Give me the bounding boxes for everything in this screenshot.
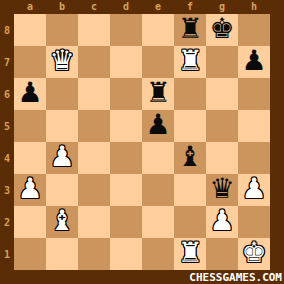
square-b3[interactable] (46, 174, 78, 206)
square-f6[interactable] (174, 78, 206, 110)
square-f8[interactable]: ♜ (174, 14, 206, 46)
square-a5[interactable] (14, 110, 46, 142)
square-b8[interactable] (46, 14, 78, 46)
square-g6[interactable] (206, 78, 238, 110)
square-h5[interactable] (238, 110, 270, 142)
square-d3[interactable] (110, 174, 142, 206)
square-h6[interactable] (238, 78, 270, 110)
square-h7[interactable]: ♟ (238, 46, 270, 78)
square-c3[interactable] (78, 174, 110, 206)
square-g8[interactable]: ♚ (206, 14, 238, 46)
square-c6[interactable] (78, 78, 110, 110)
rank-label-4: 4 (0, 142, 14, 174)
rank-labels: 87654321 (0, 14, 14, 270)
square-d7[interactable] (110, 46, 142, 78)
square-c5[interactable] (78, 110, 110, 142)
square-c7[interactable] (78, 46, 110, 78)
square-g2[interactable]: ♟ (206, 206, 238, 238)
square-e1[interactable] (142, 238, 174, 270)
square-f3[interactable] (174, 174, 206, 206)
square-a8[interactable] (14, 14, 46, 46)
square-e3[interactable] (142, 174, 174, 206)
black-rook-e6: ♜ (145, 79, 170, 107)
black-pawn-e5: ♟ (145, 111, 170, 139)
square-a7[interactable] (14, 46, 46, 78)
square-c2[interactable] (78, 206, 110, 238)
square-e5[interactable]: ♟ (142, 110, 174, 142)
black-rook-f8: ♜ (177, 15, 202, 43)
file-label-b: b (46, 0, 78, 14)
square-d5[interactable] (110, 110, 142, 142)
square-a1[interactable] (14, 238, 46, 270)
black-pawn-h7: ♟ (241, 47, 266, 75)
square-c4[interactable] (78, 142, 110, 174)
file-label-a: a (14, 0, 46, 14)
square-f7[interactable]: ♜ (174, 46, 206, 78)
square-g7[interactable] (206, 46, 238, 78)
rank-label-1: 1 (0, 238, 14, 270)
white-rook-f1: ♜ (177, 239, 202, 267)
rank-label-2: 2 (0, 206, 14, 238)
square-f1[interactable]: ♜ (174, 238, 206, 270)
file-label-h: h (238, 0, 270, 14)
square-d2[interactable] (110, 206, 142, 238)
black-queen-g3: ♛ (209, 175, 234, 203)
chess-diagram: abcdefgh 87654321 ♜♚♛♜♟♟♜♟♟♝♟♛♟♝♟♜♚ CHES… (0, 0, 284, 284)
square-b2[interactable]: ♝ (46, 206, 78, 238)
square-g1[interactable] (206, 238, 238, 270)
white-queen-b7: ♛ (49, 47, 74, 75)
square-g4[interactable] (206, 142, 238, 174)
white-bishop-b2: ♝ (49, 207, 74, 235)
square-h4[interactable] (238, 142, 270, 174)
square-b1[interactable] (46, 238, 78, 270)
white-rook-f7: ♜ (177, 47, 202, 75)
site-branding: CHESSGAMES.COM (189, 270, 282, 284)
square-b5[interactable] (46, 110, 78, 142)
square-c8[interactable] (78, 14, 110, 46)
black-king-g8: ♚ (209, 15, 234, 43)
white-pawn-a3: ♟ (17, 175, 42, 203)
square-e6[interactable]: ♜ (142, 78, 174, 110)
white-pawn-g2: ♟ (209, 207, 234, 235)
square-a6[interactable]: ♟ (14, 78, 46, 110)
square-e2[interactable] (142, 206, 174, 238)
square-g3[interactable]: ♛ (206, 174, 238, 206)
square-d8[interactable] (110, 14, 142, 46)
square-c1[interactable] (78, 238, 110, 270)
white-pawn-h3: ♟ (241, 175, 266, 203)
square-e4[interactable] (142, 142, 174, 174)
square-a4[interactable] (14, 142, 46, 174)
square-f4[interactable]: ♝ (174, 142, 206, 174)
square-h1[interactable]: ♚ (238, 238, 270, 270)
rank-label-3: 3 (0, 174, 14, 206)
file-label-e: e (142, 0, 174, 14)
square-d1[interactable] (110, 238, 142, 270)
rank-label-6: 6 (0, 78, 14, 110)
black-pawn-a6: ♟ (17, 79, 42, 107)
rank-label-7: 7 (0, 46, 14, 78)
square-b4[interactable]: ♟ (46, 142, 78, 174)
square-a2[interactable] (14, 206, 46, 238)
square-b7[interactable]: ♛ (46, 46, 78, 78)
square-f5[interactable] (174, 110, 206, 142)
square-d6[interactable] (110, 78, 142, 110)
black-bishop-f4: ♝ (177, 143, 202, 171)
square-e8[interactable] (142, 14, 174, 46)
rank-label-5: 5 (0, 110, 14, 142)
square-h8[interactable] (238, 14, 270, 46)
white-king-h1: ♚ (241, 239, 266, 267)
chess-board: ♜♚♛♜♟♟♜♟♟♝♟♛♟♝♟♜♚ (14, 14, 270, 270)
file-label-d: d (110, 0, 142, 14)
square-h3[interactable]: ♟ (238, 174, 270, 206)
square-f2[interactable] (174, 206, 206, 238)
rank-label-8: 8 (0, 14, 14, 46)
square-e7[interactable] (142, 46, 174, 78)
square-d4[interactable] (110, 142, 142, 174)
white-pawn-b4: ♟ (49, 143, 74, 171)
file-label-c: c (78, 0, 110, 14)
square-b6[interactable] (46, 78, 78, 110)
square-h2[interactable] (238, 206, 270, 238)
square-g5[interactable] (206, 110, 238, 142)
square-a3[interactable]: ♟ (14, 174, 46, 206)
